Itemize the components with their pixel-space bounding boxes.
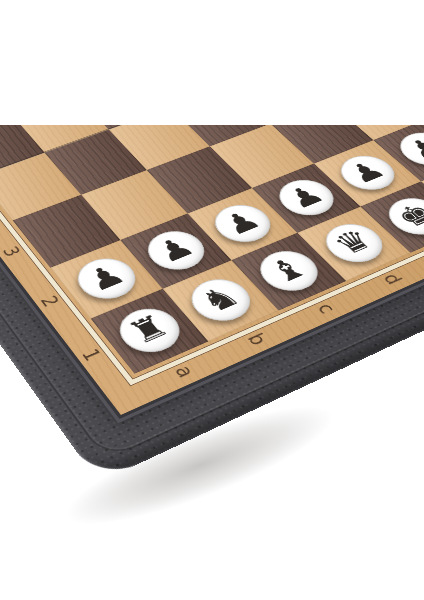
- square-d1: [297, 207, 410, 281]
- square-c1: [231, 233, 346, 311]
- piece-white-rook-a1: ♜: [108, 301, 190, 360]
- file-label-d: d: [375, 268, 410, 291]
- rank-label-3: 3: [0, 240, 27, 262]
- square-d3: [210, 124, 314, 189]
- square-a1: [91, 289, 209, 374]
- product-photo: 12345678 abcdefgh ♜♞♝♛♚♝♞♜♟♟♟♟♟♟♟♟♟♟♟♟♟♟…: [0, 0, 424, 600]
- pawn-glyph: ♟: [342, 156, 391, 187]
- pawn-glyph: ♟: [150, 232, 200, 267]
- piece-white-pawn-b2: ♟: [137, 224, 214, 276]
- file-label-c: c: [308, 297, 343, 321]
- piece-white-pawn-e2: ♟: [330, 150, 404, 196]
- square-b4: [45, 130, 147, 195]
- rank-label-1: 1: [73, 342, 108, 368]
- square-a4: [0, 153, 81, 221]
- square-b3: [81, 170, 187, 240]
- square-d2: [252, 164, 360, 233]
- piece-white-pawn-d2: ♟: [268, 174, 343, 222]
- piece-white-pawn-a2: ♟: [67, 251, 145, 306]
- rook-glyph: ♜: [122, 309, 175, 348]
- piece-white-queen-d1: ♛: [314, 217, 393, 269]
- piece-white-bishop-c1: ♝: [249, 244, 329, 298]
- square-e2: [314, 140, 421, 206]
- bishop-glyph: ♝: [261, 252, 313, 288]
- square-a3: [13, 195, 121, 268]
- queen-glyph: ♛: [327, 225, 379, 260]
- square-c2: [188, 188, 298, 260]
- piece-white-pawn-f2: ♟: [389, 127, 424, 171]
- pawn-glyph: ♟: [401, 133, 424, 163]
- knight-glyph: ♞: [193, 280, 246, 318]
- piece-white-pawn-c2: ♟: [204, 199, 280, 249]
- square-b2: [120, 213, 231, 288]
- square-f2: [373, 118, 424, 182]
- square-c3: [147, 146, 252, 213]
- pawn-glyph: ♟: [80, 259, 131, 296]
- piece-white-knight-b1: ♞: [180, 272, 261, 328]
- pawn-glyph: ♟: [280, 180, 329, 212]
- piece-white-king-e1: ♚: [377, 192, 424, 242]
- photo-crop-white-band: [0, 0, 424, 125]
- pawn-glyph: ♟: [216, 206, 266, 240]
- king-glyph: ♚: [390, 199, 424, 232]
- square-b1: [163, 260, 279, 341]
- rank-label-2: 2: [33, 289, 66, 313]
- file-label-b: b: [239, 327, 274, 352]
- square-e1: [360, 181, 424, 252]
- file-label-a: a: [166, 359, 202, 386]
- square-a2: [50, 240, 162, 319]
